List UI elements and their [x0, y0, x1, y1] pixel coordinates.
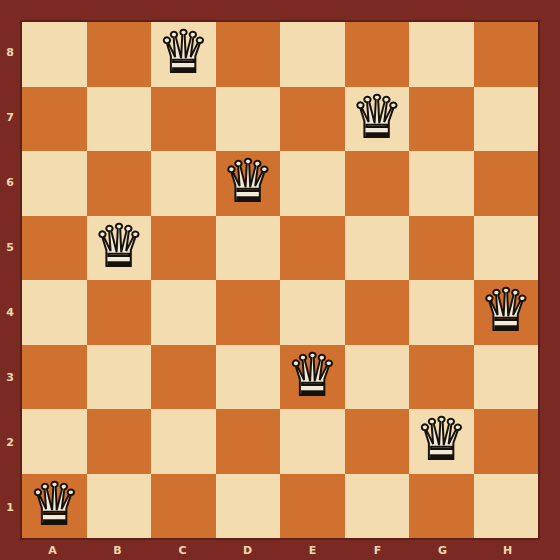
- file-label-a: A: [20, 540, 85, 560]
- chess-board: ♛♛♛♛♛♛♛♛: [20, 20, 540, 540]
- square-c8[interactable]: ♛: [151, 22, 216, 87]
- white-queen[interactable]: ♛: [415, 410, 467, 468]
- square-c3[interactable]: [151, 345, 216, 410]
- square-g1[interactable]: [409, 474, 474, 539]
- square-b7[interactable]: [87, 87, 152, 152]
- square-c1[interactable]: [151, 474, 216, 539]
- square-d5[interactable]: [216, 216, 281, 281]
- square-d6[interactable]: ♛: [216, 151, 281, 216]
- square-h4[interactable]: ♛: [474, 280, 539, 345]
- square-d2[interactable]: [216, 409, 281, 474]
- square-f5[interactable]: [345, 216, 410, 281]
- square-h3[interactable]: [474, 345, 539, 410]
- square-g5[interactable]: [409, 216, 474, 281]
- square-d3[interactable]: [216, 345, 281, 410]
- white-queen[interactable]: ♛: [157, 23, 209, 81]
- file-label-c: C: [150, 540, 215, 560]
- square-a5[interactable]: [22, 216, 87, 281]
- square-b4[interactable]: [87, 280, 152, 345]
- square-f4[interactable]: [345, 280, 410, 345]
- square-e8[interactable]: [280, 22, 345, 87]
- square-a4[interactable]: [22, 280, 87, 345]
- square-g6[interactable]: [409, 151, 474, 216]
- white-queen[interactable]: ♛: [286, 346, 338, 404]
- file-labels: A B C D E F G H: [20, 540, 540, 560]
- rank-label-5: 5: [0, 215, 20, 280]
- square-h6[interactable]: [474, 151, 539, 216]
- square-f1[interactable]: [345, 474, 410, 539]
- square-c5[interactable]: [151, 216, 216, 281]
- square-e7[interactable]: [280, 87, 345, 152]
- file-label-h: H: [475, 540, 540, 560]
- square-a6[interactable]: [22, 151, 87, 216]
- rank-label-6: 6: [0, 150, 20, 215]
- square-a7[interactable]: [22, 87, 87, 152]
- rank-label-1: 1: [0, 475, 20, 540]
- square-h7[interactable]: [474, 87, 539, 152]
- square-e2[interactable]: [280, 409, 345, 474]
- square-h5[interactable]: [474, 216, 539, 281]
- square-b8[interactable]: [87, 22, 152, 87]
- rank-label-3: 3: [0, 345, 20, 410]
- white-queen[interactable]: ♛: [28, 475, 80, 533]
- square-b6[interactable]: [87, 151, 152, 216]
- square-b1[interactable]: [87, 474, 152, 539]
- square-e3[interactable]: ♛: [280, 345, 345, 410]
- square-c4[interactable]: [151, 280, 216, 345]
- square-g3[interactable]: [409, 345, 474, 410]
- square-e1[interactable]: [280, 474, 345, 539]
- rank-label-2: 2: [0, 410, 20, 475]
- rank-label-8: 8: [0, 20, 20, 85]
- file-label-d: D: [215, 540, 280, 560]
- rank-label-7: 7: [0, 85, 20, 150]
- square-e5[interactable]: [280, 216, 345, 281]
- square-g2[interactable]: ♛: [409, 409, 474, 474]
- square-d8[interactable]: [216, 22, 281, 87]
- file-label-g: G: [410, 540, 475, 560]
- rank-labels: 8 7 6 5 4 3 2 1: [0, 20, 20, 540]
- rank-label-4: 4: [0, 280, 20, 345]
- square-h2[interactable]: [474, 409, 539, 474]
- square-h1[interactable]: [474, 474, 539, 539]
- file-label-e: E: [280, 540, 345, 560]
- square-d1[interactable]: [216, 474, 281, 539]
- square-d7[interactable]: [216, 87, 281, 152]
- square-b3[interactable]: [87, 345, 152, 410]
- square-f3[interactable]: [345, 345, 410, 410]
- square-c7[interactable]: [151, 87, 216, 152]
- square-g7[interactable]: [409, 87, 474, 152]
- square-f7[interactable]: ♛: [345, 87, 410, 152]
- square-g8[interactable]: [409, 22, 474, 87]
- file-label-f: F: [345, 540, 410, 560]
- square-c2[interactable]: [151, 409, 216, 474]
- square-e4[interactable]: [280, 280, 345, 345]
- square-a1[interactable]: ♛: [22, 474, 87, 539]
- square-h8[interactable]: [474, 22, 539, 87]
- white-queen[interactable]: ♛: [93, 217, 145, 275]
- square-f8[interactable]: [345, 22, 410, 87]
- square-f2[interactable]: [345, 409, 410, 474]
- white-queen[interactable]: ♛: [222, 152, 274, 210]
- square-d4[interactable]: [216, 280, 281, 345]
- square-g4[interactable]: [409, 280, 474, 345]
- square-e6[interactable]: [280, 151, 345, 216]
- square-f6[interactable]: [345, 151, 410, 216]
- board-frame: 8 7 6 5 4 3 2 1 ♛♛♛♛♛♛♛♛ A B C D E F G H: [0, 0, 560, 560]
- white-queen[interactable]: ♛: [480, 281, 532, 339]
- file-label-b: B: [85, 540, 150, 560]
- square-a2[interactable]: [22, 409, 87, 474]
- square-b5[interactable]: ♛: [87, 216, 152, 281]
- square-b2[interactable]: [87, 409, 152, 474]
- square-c6[interactable]: [151, 151, 216, 216]
- white-queen[interactable]: ♛: [351, 88, 403, 146]
- square-a3[interactable]: [22, 345, 87, 410]
- square-a8[interactable]: [22, 22, 87, 87]
